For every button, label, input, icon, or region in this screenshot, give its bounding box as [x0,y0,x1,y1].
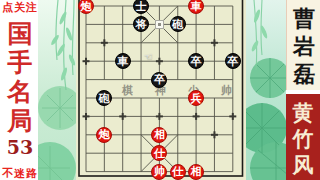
black-player-name-panel: 黄 竹 风 [286,94,320,180]
player-bottom-char-1: 黄 [286,99,320,126]
piece-red-炮[interactable]: 炮 [78,0,94,14]
follow-banner-text: 点关注 [2,0,38,15]
title-char-4: 局 [3,107,37,134]
player-top-char-3: 磊 [287,61,320,88]
thumbnail: 点关注 国 手 名 局 53 不迷路 炮車兵炮相仕帅仕相士将砲車卒卒卒砲 ☜ 棋… [0,0,320,180]
river-watermark-char: 帅 [221,83,232,98]
piece-red-炮[interactable]: 炮 [96,127,112,143]
river-watermark-char: 棋 [122,83,133,98]
player-top-char-2: 岩 [287,33,320,60]
piece-red-仕[interactable]: 仕 [170,164,186,180]
piece-red-相[interactable]: 相 [188,164,204,180]
player-bottom-char-2: 竹 [286,125,320,152]
player-top-char-1: 曹 [287,5,320,32]
left-willow-decoration [38,0,78,180]
xiangqi-board[interactable]: 炮車兵炮相仕帅仕相士将砲車卒卒卒砲 ☜ 棋神少帅 [76,0,246,180]
piece-black-卒[interactable]: 卒 [225,53,241,69]
piece-black-砲[interactable]: 砲 [96,90,112,106]
piece-black-車[interactable]: 車 [115,53,131,69]
piece-red-帅[interactable]: 帅 [151,164,167,180]
title-char-3: 名 [3,78,37,105]
hand-pointer-icon: ☜ [144,51,153,62]
right-lotus-decoration [246,0,286,180]
piece-black-卒[interactable]: 卒 [151,72,167,88]
piece-red-兵[interactable]: 兵 [188,90,204,106]
stay-banner-text: 不迷路 [2,166,38,180]
last-move-marker [155,20,164,29]
red-player-name-panel: 曹 岩 磊 [286,0,320,90]
title-char-2: 手 [3,49,37,76]
player-bottom-char-3: 风 [286,151,320,178]
episode-number: 53 [3,136,37,158]
title-char-1: 国 [3,20,37,47]
piece-red-仕[interactable]: 仕 [151,145,167,161]
piece-black-将[interactable]: 将 [133,16,149,32]
